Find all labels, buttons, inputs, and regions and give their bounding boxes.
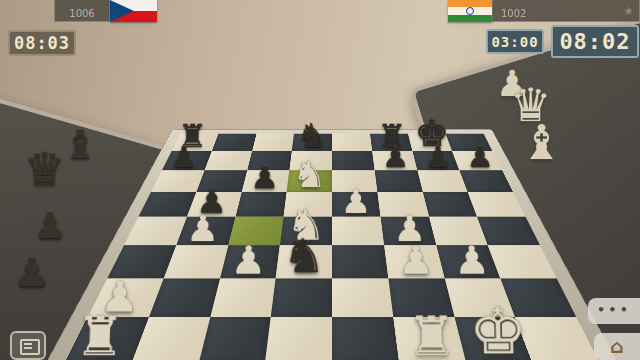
more-options-button[interactable]: •••: [588, 298, 640, 324]
square-g7[interactable]: ♟: [412, 151, 459, 170]
square-f3[interactable]: ♟: [384, 245, 444, 278]
star-icon: ★: [623, 4, 634, 18]
white-pawn-e5[interactable]: ♟: [332, 185, 380, 218]
square-e4[interactable]: [332, 217, 384, 245]
black-knight-d8[interactable]: ♞: [292, 119, 332, 152]
square-f6[interactable]: [375, 170, 423, 192]
square-e3[interactable]: [332, 245, 388, 278]
square-h7[interactable]: ♟: [452, 151, 502, 170]
white-pawn-c3[interactable]: ♟: [220, 240, 276, 279]
square-e7[interactable]: [332, 151, 375, 170]
square-c1[interactable]: [198, 317, 271, 360]
square-b8[interactable]: [212, 134, 256, 151]
square-b2[interactable]: [149, 278, 220, 317]
home-icon: ⌂: [594, 333, 640, 359]
clock-right: 08:02: [551, 25, 639, 58]
square-c6[interactable]: ♟: [241, 170, 289, 192]
white-pawn-g3[interactable]: ♟: [443, 240, 500, 279]
captured-white-bishop: ♝: [520, 118, 563, 166]
player-name-right: mini_chauhan: [493, 0, 640, 1]
square-e8[interactable]: [332, 134, 372, 151]
square-f7[interactable]: ♟: [372, 151, 417, 170]
captured-black-queen: ♛: [24, 146, 65, 192]
player-rating-right: 1002: [493, 8, 640, 19]
black-pawn-g7[interactable]: ♟: [416, 142, 459, 171]
square-d2[interactable]: [271, 278, 332, 317]
square-c8[interactable]: [252, 134, 294, 151]
player-plate-right: mini_chauhan 1002 ★: [492, 0, 640, 22]
captured-black-bishop: ♝: [62, 124, 98, 164]
square-d1[interactable]: [265, 317, 332, 360]
square-g3[interactable]: ♟: [436, 245, 500, 278]
white-king-g1[interactable]: ♚: [464, 300, 532, 360]
white-knight-d6[interactable]: ♞: [287, 156, 332, 193]
move-list-icon: [20, 339, 40, 355]
square-d3[interactable]: ♞: [276, 245, 332, 278]
move-list-button[interactable]: [10, 331, 46, 360]
captured-black-pawn: ♟: [14, 252, 50, 292]
square-b3[interactable]: [164, 245, 228, 278]
square-d8[interactable]: ♞: [292, 134, 332, 151]
square-e5[interactable]: ♟: [332, 192, 380, 217]
increment-clock-right: 03:00: [486, 29, 544, 54]
game-scene: ♝♛♟♟♟♛♝ ♜♞♜♚♟♟♟♟♟♞♟♟♟♞♟♟♞♟♟♟♜♜♚ michalse…: [0, 0, 640, 360]
square-c3[interactable]: ♟: [220, 245, 280, 278]
white-pawn-f3[interactable]: ♟: [388, 240, 444, 279]
india-flag-icon: [448, 0, 492, 22]
square-d6[interactable]: ♞: [287, 170, 332, 192]
square-e2[interactable]: [332, 278, 393, 317]
black-knight-d3[interactable]: ♞: [276, 232, 332, 279]
ellipsis-icon: •••: [588, 302, 640, 317]
player-plate-left: michalsedlacek 1006: [54, 0, 110, 22]
square-e1[interactable]: [332, 317, 399, 360]
black-pawn-h7[interactable]: ♟: [459, 142, 502, 171]
home-button[interactable]: ⌂: [594, 333, 640, 360]
captured-black-pawn: ♟: [34, 208, 66, 244]
czech-flag-icon: [110, 0, 157, 22]
black-pawn-c6[interactable]: ♟: [242, 162, 287, 193]
player-name-left: michalsedlacek: [55, 0, 109, 1]
square-g1[interactable]: ♚: [454, 317, 533, 360]
player-rating-left: 1006: [55, 8, 109, 19]
black-pawn-f7[interactable]: ♟: [374, 142, 417, 171]
clock-left: 08:03: [8, 30, 76, 56]
square-a1[interactable]: ♜: [64, 317, 148, 360]
square-a7[interactable]: ♟: [162, 151, 212, 170]
white-rook-f1[interactable]: ♜: [398, 310, 465, 360]
black-pawn-a7[interactable]: ♟: [162, 142, 205, 171]
white-rook-a1[interactable]: ♜: [66, 310, 134, 360]
square-c2[interactable]: [210, 278, 276, 317]
square-f1[interactable]: ♜: [393, 317, 466, 360]
